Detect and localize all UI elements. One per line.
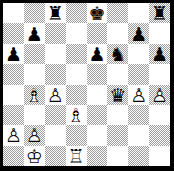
black-rook-h8[interactable]: ♜ [150,3,170,23]
square-d6[interactable] [66,44,87,64]
white-pawn-c4[interactable]: ♟♙ [45,85,65,105]
square-e5[interactable] [87,64,108,84]
square-d2[interactable] [66,125,87,145]
square-d4[interactable] [66,85,87,105]
square-c5[interactable] [45,64,66,84]
square-h2[interactable] [149,125,170,145]
square-c8[interactable]: ♜ [45,3,66,23]
square-f1[interactable] [107,146,128,166]
square-b7[interactable]: ♟ [24,23,45,43]
piece-outline: ♙ [24,125,44,145]
square-d1[interactable]: ♜♖ [66,146,87,166]
square-g3[interactable] [128,105,149,125]
square-h7[interactable] [149,23,170,43]
piece-outline: ♗ [66,105,86,125]
square-b6[interactable] [24,44,45,64]
square-d5[interactable] [66,64,87,84]
square-b5[interactable] [24,64,45,84]
square-f5[interactable] [107,64,128,84]
black-rook-c8[interactable]: ♜ [45,3,65,23]
black-pawn-g7[interactable]: ♟ [129,24,149,44]
white-pawn-h4[interactable]: ♟♙ [150,85,170,105]
black-queen-f4[interactable]: ♛ [108,85,128,105]
square-g2[interactable] [128,125,149,145]
white-rook-d1[interactable]: ♜♖ [66,146,86,166]
square-g8[interactable] [128,3,149,23]
black-pawn-a6[interactable]: ♟ [3,44,23,64]
piece-outline: ♔ [24,146,44,166]
square-f2[interactable] [107,125,128,145]
square-d7[interactable] [66,23,87,43]
black-pawn-e6[interactable]: ♟ [87,44,107,64]
white-bishop-d3[interactable]: ♝♗ [66,105,86,125]
square-c4[interactable]: ♟♙ [45,85,66,105]
white-pawn-g4[interactable]: ♟♙ [129,85,149,105]
square-g5[interactable] [128,64,149,84]
square-f7[interactable] [107,23,128,43]
square-h5[interactable] [149,64,170,84]
square-e8[interactable]: ♚ [87,3,108,23]
black-pawn-b7[interactable]: ♟ [24,24,44,44]
square-a7[interactable] [3,23,24,43]
square-e1[interactable] [87,146,108,166]
board-frame: ♜♚♜♟♟♟♟♞♟♝♗♟♙♛♟♙♟♙♝♗♟♙♟♙♚♔♜♖ [0,0,174,171]
square-c3[interactable] [45,105,66,125]
square-c6[interactable] [45,44,66,64]
square-b8[interactable] [24,3,45,23]
white-king-b1[interactable]: ♚♔ [24,146,44,166]
square-h1[interactable] [149,146,170,166]
square-e6[interactable]: ♟ [87,44,108,64]
square-c1[interactable] [45,146,66,166]
square-c2[interactable] [45,125,66,145]
square-g6[interactable] [128,44,149,64]
white-pawn-b2[interactable]: ♟♙ [24,125,44,145]
square-a3[interactable] [3,105,24,125]
piece-outline: ♙ [150,85,170,105]
piece-outline: ♖ [66,146,86,166]
square-b1[interactable]: ♚♔ [24,146,45,166]
square-b3[interactable] [24,105,45,125]
square-g4[interactable]: ♟♙ [128,85,149,105]
black-knight-f6[interactable]: ♞ [108,44,128,64]
piece-outline: ♙ [129,85,149,105]
square-e2[interactable] [87,125,108,145]
square-g7[interactable]: ♟ [128,23,149,43]
square-h3[interactable] [149,105,170,125]
square-f3[interactable] [107,105,128,125]
square-f6[interactable]: ♞ [107,44,128,64]
square-h6[interactable]: ♟ [149,44,170,64]
square-a2[interactable]: ♟♙ [3,125,24,145]
square-e4[interactable] [87,85,108,105]
piece-outline: ♗ [24,85,44,105]
square-a4[interactable] [3,85,24,105]
square-f8[interactable] [107,3,128,23]
piece-outline: ♙ [3,125,23,145]
square-a6[interactable]: ♟ [3,44,24,64]
square-h8[interactable]: ♜ [149,3,170,23]
square-a1[interactable] [3,146,24,166]
square-b2[interactable]: ♟♙ [24,125,45,145]
chess-board: ♜♚♜♟♟♟♟♞♟♝♗♟♙♛♟♙♟♙♝♗♟♙♟♙♚♔♜♖ [3,3,170,166]
square-a8[interactable] [3,3,24,23]
black-king-e8[interactable]: ♚ [87,3,107,23]
square-b4[interactable]: ♝♗ [24,85,45,105]
white-bishop-b4[interactable]: ♝♗ [24,85,44,105]
white-pawn-a2[interactable]: ♟♙ [3,125,23,145]
square-f4[interactable]: ♛ [107,85,128,105]
square-a5[interactable] [3,64,24,84]
square-h4[interactable]: ♟♙ [149,85,170,105]
piece-outline: ♙ [45,85,65,105]
square-c7[interactable] [45,23,66,43]
square-d8[interactable] [66,3,87,23]
black-pawn-h6[interactable]: ♟ [150,44,170,64]
square-e7[interactable] [87,23,108,43]
square-e3[interactable] [87,105,108,125]
square-d3[interactable]: ♝♗ [66,105,87,125]
square-g1[interactable] [128,146,149,166]
